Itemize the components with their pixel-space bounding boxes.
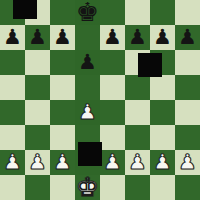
white-pawn[interactable]: ♟ bbox=[178, 150, 197, 175]
square-r4c3[interactable]: ♟ bbox=[75, 100, 100, 125]
glitch-piece-box-3[interactable] bbox=[78, 142, 102, 166]
square-r0c6[interactable] bbox=[150, 0, 175, 25]
white-pawn[interactable]: ♟ bbox=[28, 150, 47, 175]
square-r3c0[interactable] bbox=[0, 75, 25, 100]
square-r3c1[interactable] bbox=[25, 75, 50, 100]
square-r5c1[interactable] bbox=[25, 125, 50, 150]
square-r5c4[interactable] bbox=[100, 125, 125, 150]
square-r6c7[interactable]: ♟ bbox=[175, 150, 200, 175]
square-r6c2[interactable]: ♟ bbox=[50, 150, 75, 175]
black-pawn[interactable]: ♟ bbox=[28, 25, 47, 50]
square-r7c5[interactable] bbox=[125, 175, 150, 200]
square-r3c4[interactable] bbox=[100, 75, 125, 100]
white-pawn[interactable]: ♟ bbox=[3, 150, 22, 175]
square-r1c0[interactable]: ♟ bbox=[0, 25, 25, 50]
black-king[interactable]: ♚ bbox=[76, 0, 99, 25]
square-r7c1[interactable] bbox=[25, 175, 50, 200]
square-r2c3[interactable]: ♟ bbox=[75, 50, 100, 75]
square-r7c4[interactable] bbox=[100, 175, 125, 200]
square-r4c1[interactable] bbox=[25, 100, 50, 125]
square-r2c2[interactable] bbox=[50, 50, 75, 75]
square-r0c7[interactable] bbox=[175, 0, 200, 25]
square-r4c2[interactable] bbox=[50, 100, 75, 125]
square-r0c4[interactable] bbox=[100, 0, 125, 25]
square-r1c3[interactable] bbox=[75, 25, 100, 50]
square-r7c6[interactable] bbox=[150, 175, 175, 200]
square-r3c7[interactable] bbox=[175, 75, 200, 100]
square-r3c5[interactable] bbox=[125, 75, 150, 100]
square-r2c0[interactable] bbox=[0, 50, 25, 75]
square-r7c3[interactable]: ♚ bbox=[75, 175, 100, 200]
black-pawn[interactable]: ♟ bbox=[3, 25, 22, 50]
white-pawn[interactable]: ♟ bbox=[153, 150, 172, 175]
square-r6c5[interactable]: ♟ bbox=[125, 150, 150, 175]
black-pawn[interactable]: ♟ bbox=[53, 25, 72, 50]
square-r6c0[interactable]: ♟ bbox=[0, 150, 25, 175]
square-r3c3[interactable] bbox=[75, 75, 100, 100]
white-king[interactable]: ♚ bbox=[76, 175, 99, 200]
white-pawn[interactable]: ♟ bbox=[103, 150, 122, 175]
square-r6c1[interactable]: ♟ bbox=[25, 150, 50, 175]
square-r7c0[interactable] bbox=[0, 175, 25, 200]
glitch-piece-box-2[interactable] bbox=[138, 53, 162, 77]
square-r6c6[interactable]: ♟ bbox=[150, 150, 175, 175]
square-r1c7[interactable]: ♟ bbox=[175, 25, 200, 50]
square-r2c4[interactable] bbox=[100, 50, 125, 75]
square-r1c6[interactable]: ♟ bbox=[150, 25, 175, 50]
chess-app-window: ♚♟♟♟♟♟♟♟♟♟♟♟♟♟♟♟♟♚ bbox=[0, 0, 200, 200]
square-r0c2[interactable] bbox=[50, 0, 75, 25]
square-r3c6[interactable] bbox=[150, 75, 175, 100]
square-r6c4[interactable]: ♟ bbox=[100, 150, 125, 175]
square-r2c1[interactable] bbox=[25, 50, 50, 75]
square-r1c2[interactable]: ♟ bbox=[50, 25, 75, 50]
square-r4c0[interactable] bbox=[0, 100, 25, 125]
black-pawn[interactable]: ♟ bbox=[153, 25, 172, 50]
square-r4c5[interactable] bbox=[125, 100, 150, 125]
black-pawn[interactable]: ♟ bbox=[128, 25, 147, 50]
square-r0c3[interactable]: ♚ bbox=[75, 0, 100, 25]
square-r2c7[interactable] bbox=[175, 50, 200, 75]
square-r1c4[interactable]: ♟ bbox=[100, 25, 125, 50]
white-pawn[interactable]: ♟ bbox=[78, 100, 97, 125]
square-r4c7[interactable] bbox=[175, 100, 200, 125]
square-r5c2[interactable] bbox=[50, 125, 75, 150]
square-r7c2[interactable] bbox=[50, 175, 75, 200]
chess-board: ♚♟♟♟♟♟♟♟♟♟♟♟♟♟♟♟♟♚ bbox=[0, 0, 200, 200]
glitch-piece-box-1[interactable] bbox=[13, 0, 37, 19]
square-r0c5[interactable] bbox=[125, 0, 150, 25]
white-pawn[interactable]: ♟ bbox=[53, 150, 72, 175]
square-r1c1[interactable]: ♟ bbox=[25, 25, 50, 50]
black-pawn[interactable]: ♟ bbox=[78, 50, 97, 75]
square-r4c6[interactable] bbox=[150, 100, 175, 125]
square-r4c4[interactable] bbox=[100, 100, 125, 125]
square-r5c7[interactable] bbox=[175, 125, 200, 150]
black-pawn[interactable]: ♟ bbox=[178, 25, 197, 50]
black-pawn[interactable]: ♟ bbox=[103, 25, 122, 50]
square-r5c0[interactable] bbox=[0, 125, 25, 150]
white-pawn[interactable]: ♟ bbox=[128, 150, 147, 175]
square-r7c7[interactable] bbox=[175, 175, 200, 200]
square-r5c6[interactable] bbox=[150, 125, 175, 150]
square-r1c5[interactable]: ♟ bbox=[125, 25, 150, 50]
square-r5c5[interactable] bbox=[125, 125, 150, 150]
square-r3c2[interactable] bbox=[50, 75, 75, 100]
